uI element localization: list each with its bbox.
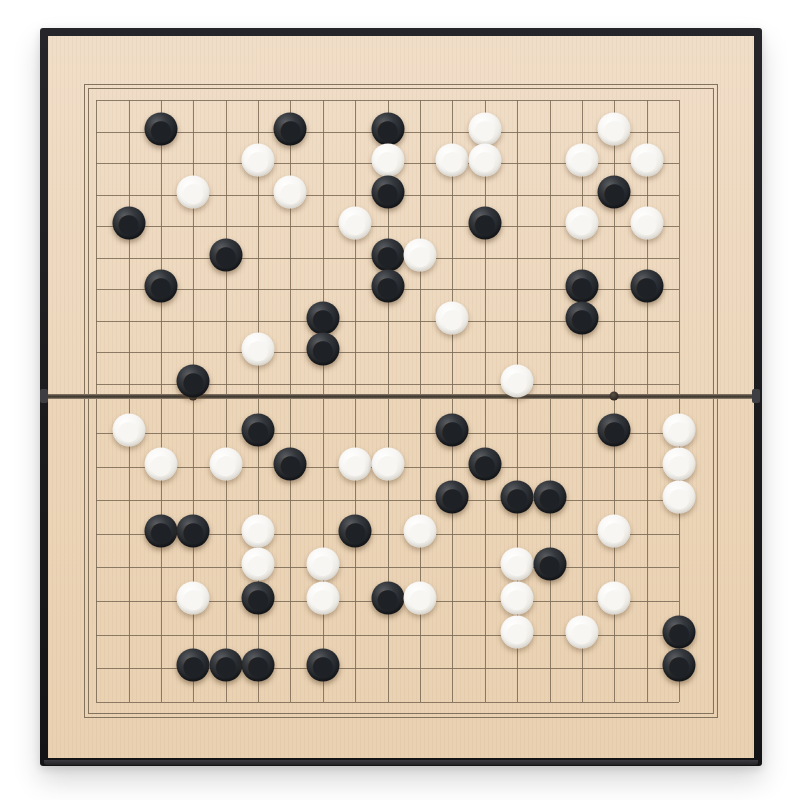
black-stone[interactable]: ● [306,301,339,334]
black-stone[interactable]: ● [468,207,501,240]
white-stone[interactable]: ● [565,144,598,177]
white-stone[interactable]: ● [177,175,210,208]
black-stone[interactable]: ● [371,112,404,145]
black-stone[interactable]: ● [242,649,275,682]
white-stone[interactable]: ● [144,447,177,480]
white-stone[interactable]: ● [598,582,631,615]
grid-line-vertical [226,100,227,702]
white-stone[interactable]: ● [598,112,631,145]
white-stone[interactable]: ● [339,207,372,240]
white-stone[interactable]: ● [306,548,339,581]
fold-seam [48,394,754,399]
black-stone[interactable]: ● [209,238,242,271]
black-stone[interactable]: ● [242,582,275,615]
grid-line-vertical [161,100,162,702]
white-stone[interactable]: ● [371,447,404,480]
white-stone[interactable]: ● [663,414,696,447]
black-stone[interactable]: ● [436,414,469,447]
black-stone[interactable]: ● [598,175,631,208]
white-stone[interactable]: ● [306,582,339,615]
black-stone[interactable]: ● [663,649,696,682]
left-hinge [40,389,48,403]
grid-line-vertical [129,100,130,702]
white-stone[interactable]: ● [371,144,404,177]
black-stone[interactable]: ● [177,364,210,397]
black-stone[interactable]: ● [436,481,469,514]
white-stone[interactable]: ● [501,364,534,397]
grid-line-horizontal [96,702,679,703]
grid-line-horizontal [96,500,679,501]
white-stone[interactable]: ● [663,447,696,480]
black-stone[interactable]: ● [112,207,145,240]
grid-line-vertical [679,100,680,702]
black-stone[interactable]: ● [274,447,307,480]
white-stone[interactable]: ● [663,481,696,514]
white-stone[interactable]: ● [436,144,469,177]
black-stone[interactable]: ● [144,270,177,303]
black-stone[interactable]: ● [177,649,210,682]
black-stone[interactable]: ● [598,414,631,447]
white-stone[interactable]: ● [468,112,501,145]
white-stone[interactable]: ● [112,414,145,447]
grid-line-vertical [550,100,551,702]
grid-line-vertical [96,100,97,702]
right-hinge [752,389,760,403]
white-stone[interactable]: ● [209,447,242,480]
grid-line-vertical [582,100,583,702]
white-stone[interactable]: ● [436,301,469,334]
black-stone[interactable]: ● [501,481,534,514]
white-stone[interactable]: ● [404,238,437,271]
white-stone[interactable]: ● [339,447,372,480]
black-stone[interactable]: ● [371,238,404,271]
black-stone[interactable]: ● [209,649,242,682]
white-stone[interactable]: ● [501,582,534,615]
white-stone[interactable]: ● [404,514,437,547]
black-stone[interactable]: ● [177,514,210,547]
black-stone[interactable]: ● [371,175,404,208]
white-stone[interactable]: ● [565,207,598,240]
white-stone[interactable]: ● [501,548,534,581]
black-stone[interactable]: ● [306,649,339,682]
black-stone[interactable]: ● [144,112,177,145]
black-stone[interactable]: ● [144,514,177,547]
grid-line-horizontal [96,433,679,434]
white-stone[interactable]: ● [565,615,598,648]
white-stone[interactable]: ● [468,144,501,177]
white-stone[interactable]: ● [242,144,275,177]
grid-line-vertical [647,100,648,702]
white-stone[interactable]: ● [242,514,275,547]
white-stone[interactable]: ● [242,333,275,366]
white-stone[interactable]: ● [501,615,534,648]
white-stone[interactable]: ● [274,175,307,208]
black-stone[interactable]: ● [371,582,404,615]
grid-line-vertical [355,100,356,702]
black-stone[interactable]: ● [306,333,339,366]
black-stone[interactable]: ● [533,481,566,514]
grid-line-horizontal [96,567,679,568]
black-stone[interactable]: ● [242,414,275,447]
seam-hinge-dot [610,392,619,401]
black-stone[interactable]: ● [468,447,501,480]
black-stone[interactable]: ● [630,270,663,303]
white-stone[interactable]: ● [177,582,210,615]
white-stone[interactable]: ● [630,207,663,240]
white-stone[interactable]: ● [630,144,663,177]
black-stone[interactable]: ● [274,112,307,145]
black-stone[interactable]: ● [533,548,566,581]
grid-line-vertical [452,100,453,702]
black-stone[interactable]: ● [371,270,404,303]
board-frame-bottom-edge [44,760,758,765]
white-stone[interactable]: ● [404,582,437,615]
white-stone[interactable]: ● [242,548,275,581]
black-stone[interactable]: ● [339,514,372,547]
black-stone[interactable]: ● [565,270,598,303]
product-photo-page: { "game": "go", "board": { "type": "fold… [0,0,800,800]
white-stone[interactable]: ● [598,514,631,547]
grid-line-vertical [485,100,486,702]
black-stone[interactable]: ● [663,615,696,648]
black-stone[interactable]: ● [565,301,598,334]
